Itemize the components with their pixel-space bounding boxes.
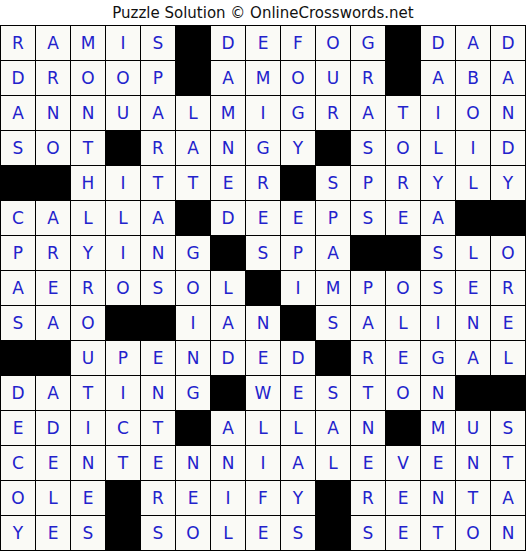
letter-cell-r6c5: A [141, 201, 175, 235]
letter-cell-r11c2: A [36, 376, 70, 410]
block-cell-r10c2 [36, 341, 70, 375]
letter-cell-r8c9: I [281, 271, 315, 305]
block-cell-r6c15 [491, 201, 525, 235]
letter-cell-r14c6: E [176, 481, 210, 515]
letter-cell-r12c5: T [141, 411, 175, 445]
block-cell-r9c9 [281, 306, 315, 340]
letter-cell-r1c11: G [351, 26, 385, 60]
letter-cell-r2c8: M [246, 61, 280, 95]
letter-cell-r13c3: N [71, 446, 105, 480]
block-cell-r10c10 [316, 341, 350, 375]
letter-cell-r12c7: A [211, 411, 245, 445]
letter-cell-r2c11: R [351, 61, 385, 95]
letter-cell-r7c13: S [421, 236, 455, 270]
letter-cell-r14c2: L [36, 481, 70, 515]
letter-cell-r14c3: E [71, 481, 105, 515]
letter-cell-r2c5: P [141, 61, 175, 95]
letter-cell-r15c8: E [246, 516, 280, 550]
letter-cell-r10c7: D [211, 341, 245, 375]
block-cell-r14c4 [106, 481, 140, 515]
letter-cell-r15c7: L [211, 516, 245, 550]
block-cell-r9c4 [106, 306, 140, 340]
letter-cell-r6c12: E [386, 201, 420, 235]
block-cell-r4c10 [316, 131, 350, 165]
letter-cell-r3c14: O [456, 96, 490, 130]
letter-cell-r4c11: S [351, 131, 385, 165]
letter-cell-r5c14: L [456, 166, 490, 200]
letter-cell-r13c2: E [36, 446, 70, 480]
letter-cell-r6c9: E [281, 201, 315, 235]
letter-cell-r14c11: R [351, 481, 385, 515]
letter-cell-r9c11: A [351, 306, 385, 340]
letter-cell-r1c10: O [316, 26, 350, 60]
letter-cell-r2c14: B [456, 61, 490, 95]
letter-cell-r14c5: R [141, 481, 175, 515]
letter-cell-r4c5: R [141, 131, 175, 165]
letter-cell-r11c3: T [71, 376, 105, 410]
letter-cell-r12c2: D [36, 411, 70, 445]
letter-cell-r13c9: A [281, 446, 315, 480]
letter-cell-r13c1: C [1, 446, 35, 480]
letter-cell-r3c6: L [176, 96, 210, 130]
letter-cell-r7c5: N [141, 236, 175, 270]
letter-cell-r2c4: O [106, 61, 140, 95]
letter-cell-r4c13: L [421, 131, 455, 165]
letter-cell-r13c11: E [351, 446, 385, 480]
letter-cell-r12c13: M [421, 411, 455, 445]
block-cell-r11c7 [211, 376, 245, 410]
letter-cell-r3c2: N [36, 96, 70, 130]
block-cell-r5c1 [1, 166, 35, 200]
letter-cell-r15c12: E [386, 516, 420, 550]
block-cell-r9c5 [141, 306, 175, 340]
letter-cell-r13c7: N [211, 446, 245, 480]
letter-cell-r5c6: T [176, 166, 210, 200]
letter-cell-r7c2: R [36, 236, 70, 270]
block-cell-r6c14 [456, 201, 490, 235]
letter-cell-r11c11: T [351, 376, 385, 410]
letter-cell-r12c11: N [351, 411, 385, 445]
letter-cell-r9c2: A [36, 306, 70, 340]
letter-cell-r1c9: F [281, 26, 315, 60]
letter-cell-r6c2: A [36, 201, 70, 235]
letter-cell-r10c12: E [386, 341, 420, 375]
letter-cell-r3c15: N [491, 96, 525, 130]
letter-cell-r11c12: O [386, 376, 420, 410]
letter-cell-r3c5: A [141, 96, 175, 130]
letter-cell-r4c2: O [36, 131, 70, 165]
letter-cell-r5c11: P [351, 166, 385, 200]
letter-cell-r5c8: R [246, 166, 280, 200]
letter-cell-r15c9: S [281, 516, 315, 550]
letter-cell-r9c10: S [316, 306, 350, 340]
letter-cell-r2c13: A [421, 61, 455, 95]
letter-cell-r4c14: I [456, 131, 490, 165]
letter-cell-r10c11: R [351, 341, 385, 375]
letter-cell-r3c1: A [1, 96, 35, 130]
letter-cell-r14c14: T [456, 481, 490, 515]
letter-cell-r7c10: A [316, 236, 350, 270]
letter-cell-r8c13: S [421, 271, 455, 305]
letter-cell-r9c6: I [176, 306, 210, 340]
letter-cell-r11c13: N [421, 376, 455, 410]
letter-cell-r1c14: A [456, 26, 490, 60]
letter-cell-r11c8: W [246, 376, 280, 410]
letter-cell-r3c4: U [106, 96, 140, 130]
letter-cell-r1c15: D [491, 26, 525, 60]
letter-cell-r1c1: R [1, 26, 35, 60]
letter-cell-r14c15: A [491, 481, 525, 515]
letter-cell-r2c7: A [211, 61, 245, 95]
block-cell-r1c12 [386, 26, 420, 60]
letter-cell-r15c6: O [176, 516, 210, 550]
letter-cell-r2c9: O [281, 61, 315, 95]
letter-cell-r9c3: O [71, 306, 105, 340]
letter-cell-r6c10: P [316, 201, 350, 235]
page-title: Puzzle Solution © OnlineCrosswords.net [112, 4, 413, 22]
letter-cell-r4c15: D [491, 131, 525, 165]
letter-cell-r2c15: A [491, 61, 525, 95]
letter-cell-r7c14: L [456, 236, 490, 270]
letter-cell-r8c14: E [456, 271, 490, 305]
block-cell-r5c2 [36, 166, 70, 200]
letter-cell-r2c2: R [36, 61, 70, 95]
block-cell-r7c7 [211, 236, 245, 270]
letter-cell-r1c5: S [141, 26, 175, 60]
block-cell-r11c14 [456, 376, 490, 410]
block-cell-r14c10 [316, 481, 350, 515]
letter-cell-r9c7: A [211, 306, 245, 340]
letter-cell-r13c13: E [421, 446, 455, 480]
letter-cell-r9c12: L [386, 306, 420, 340]
letter-cell-r8c3: R [71, 271, 105, 305]
letter-cell-r5c12: R [386, 166, 420, 200]
letter-cell-r5c4: I [106, 166, 140, 200]
letter-cell-r10c14: A [456, 341, 490, 375]
letter-cell-r5c13: Y [421, 166, 455, 200]
block-cell-r15c4 [106, 516, 140, 550]
letter-cell-r10c5: E [141, 341, 175, 375]
letter-cell-r7c15: O [491, 236, 525, 270]
letter-cell-r15c3: S [71, 516, 105, 550]
puzzle-solution-page: Puzzle Solution © OnlineCrosswords.net R… [0, 0, 526, 551]
letter-cell-r9c8: N [246, 306, 280, 340]
letter-cell-r15c13: T [421, 516, 455, 550]
letter-cell-r9c15: E [491, 306, 525, 340]
letter-cell-r15c11: S [351, 516, 385, 550]
block-cell-r2c6 [176, 61, 210, 95]
letter-cell-r15c14: O [456, 516, 490, 550]
letter-cell-r10c8: E [246, 341, 280, 375]
letter-cell-r7c3: Y [71, 236, 105, 270]
letter-cell-r6c1: C [1, 201, 35, 235]
letter-cell-r8c2: E [36, 271, 70, 305]
letter-cell-r12c14: U [456, 411, 490, 445]
letter-cell-r8c11: P [351, 271, 385, 305]
letter-cell-r8c15: R [491, 271, 525, 305]
letter-cell-r4c6: A [176, 131, 210, 165]
block-cell-r4c4 [106, 131, 140, 165]
letter-cell-r4c1: S [1, 131, 35, 165]
letter-cell-r14c12: E [386, 481, 420, 515]
letter-cell-r8c4: O [106, 271, 140, 305]
letter-cell-r13c8: I [246, 446, 280, 480]
block-cell-r12c12 [386, 411, 420, 445]
letter-cell-r12c3: I [71, 411, 105, 445]
letter-cell-r2c1: D [1, 61, 35, 95]
letter-cell-r5c3: H [71, 166, 105, 200]
letter-cell-r14c7: I [211, 481, 245, 515]
letter-cell-r4c8: G [246, 131, 280, 165]
letter-cell-r11c1: D [1, 376, 35, 410]
letter-cell-r6c3: L [71, 201, 105, 235]
letter-cell-r11c4: I [106, 376, 140, 410]
letter-cell-r1c8: E [246, 26, 280, 60]
letter-cell-r6c11: S [351, 201, 385, 235]
letter-cell-r12c4: C [106, 411, 140, 445]
block-cell-r15c10 [316, 516, 350, 550]
letter-cell-r11c5: N [141, 376, 175, 410]
letter-cell-r10c4: P [106, 341, 140, 375]
letter-cell-r8c5: S [141, 271, 175, 305]
letter-cell-r14c13: N [421, 481, 455, 515]
letter-cell-r6c7: D [211, 201, 245, 235]
letter-cell-r2c10: U [316, 61, 350, 95]
letter-cell-r3c7: M [211, 96, 245, 130]
letter-cell-r8c6: O [176, 271, 210, 305]
letter-cell-r13c15: T [491, 446, 525, 480]
block-cell-r7c12 [386, 236, 420, 270]
letter-cell-r14c1: O [1, 481, 35, 515]
letter-cell-r15c1: Y [1, 516, 35, 550]
title-bar: Puzzle Solution © OnlineCrosswords.net [0, 0, 526, 25]
letter-cell-r11c9: E [281, 376, 315, 410]
letter-cell-r3c3: N [71, 96, 105, 130]
letter-cell-r10c15: L [491, 341, 525, 375]
letter-cell-r7c9: P [281, 236, 315, 270]
letter-cell-r7c1: P [1, 236, 35, 270]
letter-cell-r2c3: O [71, 61, 105, 95]
letter-cell-r6c8: E [246, 201, 280, 235]
block-cell-r1c6 [176, 26, 210, 60]
letter-cell-r6c13: A [421, 201, 455, 235]
letter-cell-r5c5: T [141, 166, 175, 200]
block-cell-r5c9 [281, 166, 315, 200]
letter-cell-r4c12: O [386, 131, 420, 165]
crossword-grid: RAMISDEFOGDADDROOPAMOURABAANNUALMIGRATIO… [0, 25, 526, 551]
letter-cell-r14c9: Y [281, 481, 315, 515]
letter-cell-r7c8: S [246, 236, 280, 270]
letter-cell-r4c9: Y [281, 131, 315, 165]
block-cell-r12c6 [176, 411, 210, 445]
letter-cell-r3c13: I [421, 96, 455, 130]
block-cell-r8c8 [246, 271, 280, 305]
letter-cell-r5c7: E [211, 166, 245, 200]
letter-cell-r15c5: S [141, 516, 175, 550]
letter-cell-r5c10: S [316, 166, 350, 200]
block-cell-r6c6 [176, 201, 210, 235]
letter-cell-r13c5: E [141, 446, 175, 480]
letter-cell-r8c10: M [316, 271, 350, 305]
letter-cell-r9c1: S [1, 306, 35, 340]
letter-cell-r13c4: T [106, 446, 140, 480]
letter-cell-r8c7: L [211, 271, 245, 305]
block-cell-r7c11 [351, 236, 385, 270]
letter-cell-r15c2: E [36, 516, 70, 550]
letter-cell-r12c15: S [491, 411, 525, 445]
letter-cell-r14c8: F [246, 481, 280, 515]
letter-cell-r1c7: D [211, 26, 245, 60]
letter-cell-r3c12: T [386, 96, 420, 130]
letter-cell-r9c13: I [421, 306, 455, 340]
letter-cell-r3c11: A [351, 96, 385, 130]
letter-cell-r10c3: U [71, 341, 105, 375]
letter-cell-r11c6: G [176, 376, 210, 410]
letter-cell-r1c13: D [421, 26, 455, 60]
letter-cell-r13c14: N [456, 446, 490, 480]
block-cell-r10c1 [1, 341, 35, 375]
letter-cell-r5c15: Y [491, 166, 525, 200]
letter-cell-r10c6: N [176, 341, 210, 375]
letter-cell-r11c10: S [316, 376, 350, 410]
letter-cell-r3c9: G [281, 96, 315, 130]
letter-cell-r10c9: D [281, 341, 315, 375]
letter-cell-r12c9: L [281, 411, 315, 445]
letter-cell-r1c2: A [36, 26, 70, 60]
letter-cell-r3c8: I [246, 96, 280, 130]
letter-cell-r13c6: N [176, 446, 210, 480]
letter-cell-r13c12: V [386, 446, 420, 480]
letter-cell-r4c7: N [211, 131, 245, 165]
letter-cell-r3c10: R [316, 96, 350, 130]
letter-cell-r15c15: N [491, 516, 525, 550]
letter-cell-r10c13: G [421, 341, 455, 375]
letter-cell-r12c10: A [316, 411, 350, 445]
letter-cell-r7c4: I [106, 236, 140, 270]
letter-cell-r1c3: M [71, 26, 105, 60]
letter-cell-r12c1: E [1, 411, 35, 445]
letter-cell-r6c4: L [106, 201, 140, 235]
letter-cell-r8c1: A [1, 271, 35, 305]
letter-cell-r13c10: L [316, 446, 350, 480]
letter-cell-r9c14: N [456, 306, 490, 340]
block-cell-r11c15 [491, 376, 525, 410]
letter-cell-r12c8: L [246, 411, 280, 445]
letter-cell-r8c12: O [386, 271, 420, 305]
letter-cell-r4c3: T [71, 131, 105, 165]
block-cell-r2c12 [386, 61, 420, 95]
letter-cell-r1c4: I [106, 26, 140, 60]
letter-cell-r7c6: G [176, 236, 210, 270]
